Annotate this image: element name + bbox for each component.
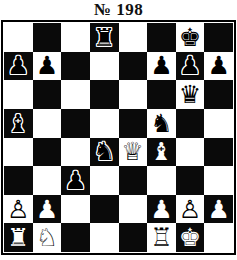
square-e7 [119, 52, 148, 81]
square-c8 [61, 23, 90, 52]
square-g5 [176, 109, 205, 138]
square-d1 [90, 223, 119, 252]
square-f2: ♟ [147, 195, 176, 224]
square-a3 [4, 166, 33, 195]
square-e1 [119, 223, 148, 252]
chess-board: ♜♚♟♟♟♟♟♛♝♞♞♕♝♟♙♟♟♙♟♜♘♖♚ [1, 20, 236, 255]
square-d5 [90, 109, 119, 138]
square-f3 [147, 166, 176, 195]
square-d2 [90, 195, 119, 224]
piece-black-pawn: ♟ [179, 53, 201, 78]
square-d7 [90, 52, 119, 81]
square-c5 [61, 109, 90, 138]
square-f6 [147, 80, 176, 109]
square-a1: ♜ [4, 223, 33, 252]
square-d8: ♜ [90, 23, 119, 52]
piece-black-knight: ♞ [150, 111, 172, 136]
piece-black-king: ♚ [179, 25, 201, 50]
piece-white-queen: ♕ [122, 139, 144, 164]
piece-white-bishop: ♝ [150, 139, 172, 164]
square-a7: ♟ [4, 52, 33, 81]
square-g7: ♟ [176, 52, 205, 81]
square-h1 [204, 223, 233, 252]
square-b1: ♘ [33, 223, 62, 252]
square-a5: ♝ [4, 109, 33, 138]
square-f1: ♖ [147, 223, 176, 252]
board-frame: ♜♚♟♟♟♟♟♛♝♞♞♕♝♟♙♟♟♙♟♜♘♖♚ [1, 20, 234, 255]
square-h4 [204, 138, 233, 167]
piece-white-rook: ♜ [7, 225, 29, 250]
square-f8 [147, 23, 176, 52]
square-b2: ♟ [33, 195, 62, 224]
piece-black-knight: ♞ [93, 139, 115, 164]
piece-black-pawn: ♟ [150, 53, 172, 78]
square-g1: ♚ [176, 223, 205, 252]
piece-black-rook: ♜ [93, 25, 115, 50]
piece-black-bishop: ♝ [7, 111, 29, 136]
square-g3 [176, 166, 205, 195]
square-b6 [33, 80, 62, 109]
square-c1 [61, 223, 90, 252]
square-a4 [4, 138, 33, 167]
piece-black-queen: ♛ [179, 82, 201, 107]
square-b3 [33, 166, 62, 195]
diagram-title: № 198 [0, 0, 237, 20]
square-a2: ♙ [4, 195, 33, 224]
square-b4 [33, 138, 62, 167]
square-a6 [4, 80, 33, 109]
square-e6 [119, 80, 148, 109]
piece-white-knight: ♘ [36, 225, 58, 250]
piece-white-pawn: ♟ [207, 197, 229, 222]
piece-black-pawn: ♟ [7, 53, 29, 78]
square-g8: ♚ [176, 23, 205, 52]
square-h6 [204, 80, 233, 109]
piece-white-pawn: ♟ [36, 197, 58, 222]
square-e2 [119, 195, 148, 224]
square-h3 [204, 166, 233, 195]
square-d6 [90, 80, 119, 109]
square-g4 [176, 138, 205, 167]
square-e8 [119, 23, 148, 52]
square-e5 [119, 109, 148, 138]
square-c2 [61, 195, 90, 224]
piece-black-pawn: ♟ [36, 53, 58, 78]
square-f4: ♝ [147, 138, 176, 167]
square-g6: ♛ [176, 80, 205, 109]
square-d3 [90, 166, 119, 195]
square-e4: ♕ [119, 138, 148, 167]
piece-black-pawn: ♟ [64, 168, 86, 193]
square-h7: ♟ [204, 52, 233, 81]
piece-white-pawn: ♙ [7, 197, 29, 222]
piece-white-pawn: ♙ [179, 197, 201, 222]
square-h8 [204, 23, 233, 52]
piece-white-rook: ♖ [150, 225, 172, 250]
square-f5: ♞ [147, 109, 176, 138]
square-c6 [61, 80, 90, 109]
square-e3 [119, 166, 148, 195]
square-f7: ♟ [147, 52, 176, 81]
piece-black-pawn: ♟ [207, 53, 229, 78]
piece-white-king: ♚ [179, 225, 201, 250]
piece-white-pawn: ♟ [150, 197, 172, 222]
square-h5 [204, 109, 233, 138]
square-h2: ♟ [204, 195, 233, 224]
square-b7: ♟ [33, 52, 62, 81]
square-c3: ♟ [61, 166, 90, 195]
square-b8 [33, 23, 62, 52]
square-d4: ♞ [90, 138, 119, 167]
square-c7 [61, 52, 90, 81]
square-a8 [4, 23, 33, 52]
square-c4 [61, 138, 90, 167]
square-g2: ♙ [176, 195, 205, 224]
square-b5 [33, 109, 62, 138]
